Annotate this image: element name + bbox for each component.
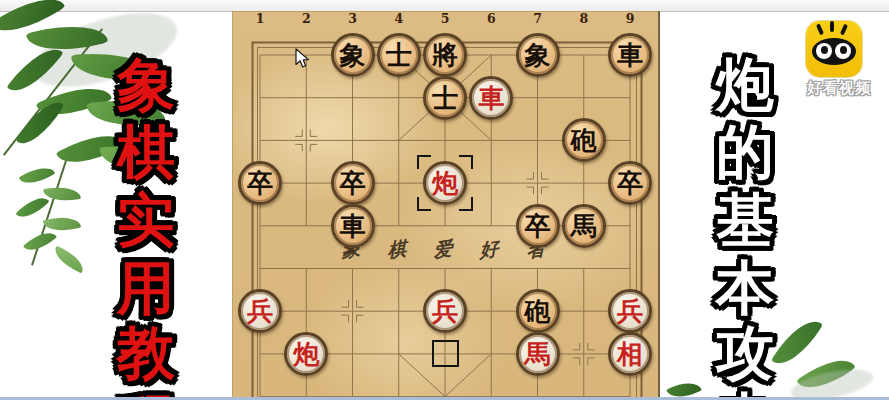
piece-black-elephant[interactable]: 象 [331, 33, 375, 77]
river-character: 好 [479, 236, 499, 265]
piece-black-pawn[interactable]: 卒 [608, 161, 652, 205]
leaf [19, 161, 56, 191]
piece-black-chariot[interactable]: 車 [331, 204, 375, 248]
logo-eyes [812, 38, 856, 65]
column-label: 5 [435, 11, 455, 26]
column-label: 3 [343, 11, 363, 26]
piece-black-pawn[interactable]: 卒 [331, 161, 375, 205]
column-label: 7 [528, 11, 548, 26]
column-label: 8 [574, 11, 594, 26]
leaf [23, 225, 57, 257]
piece-black-pawn[interactable]: 卒 [516, 204, 560, 248]
logo-lash [816, 24, 824, 35]
river-character: 棋 [387, 236, 407, 265]
title-character: 实 [117, 191, 175, 249]
column-label: 6 [481, 11, 501, 26]
haokan-label: 好看视频 [799, 79, 879, 98]
column-label: 2 [296, 11, 316, 26]
right-title: 炮的基本攻击 [685, 0, 805, 400]
piece-black-chariot[interactable]: 車 [608, 33, 652, 77]
piece-black-cannon[interactable]: 砲 [516, 289, 560, 333]
title-character: 教 [117, 324, 175, 382]
piece-red-pawn[interactable]: 兵 [238, 289, 282, 333]
column-label: 1 [250, 11, 270, 26]
river-character: 爱 [433, 236, 453, 265]
logo-lash [830, 21, 834, 32]
piece-black-horse[interactable]: 馬 [562, 204, 606, 248]
haokan-watermark: 好看视频 [799, 17, 879, 103]
logo-lash [840, 24, 848, 35]
title-character: 炮 [716, 56, 774, 114]
piece-red-chariot[interactable]: 車 [469, 76, 513, 120]
title-character: 本 [716, 259, 774, 317]
title-character: 的 [716, 123, 774, 181]
leaf [50, 246, 87, 274]
title-character: 用 [117, 259, 175, 317]
title-character: 基 [716, 191, 774, 249]
origin-square-marker [432, 340, 459, 367]
column-label: 4 [389, 11, 409, 26]
mouse-cursor [295, 48, 311, 70]
piece-red-cannon[interactable]: 炮 [284, 332, 328, 376]
left-title: 象棋实用教程 [86, 0, 206, 400]
piece-red-pawn[interactable]: 兵 [608, 289, 652, 333]
selection-brackets [417, 155, 473, 211]
piece-black-pawn[interactable]: 卒 [238, 161, 282, 205]
title-character: 棋 [117, 123, 175, 181]
haokan-logo-icon [806, 21, 862, 77]
column-label: 9 [620, 11, 640, 26]
piece-black-general[interactable]: 將 [423, 33, 467, 77]
piece-black-elephant[interactable]: 象 [516, 33, 560, 77]
piece-red-pawn[interactable]: 兵 [423, 289, 467, 333]
title-character: 攻 [716, 324, 774, 382]
piece-black-cannon[interactable]: 砲 [562, 118, 606, 162]
piece-red-horse[interactable]: 馬 [516, 332, 560, 376]
piece-black-advisor[interactable]: 士 [423, 76, 467, 120]
title-character: 象 [117, 56, 175, 114]
piece-black-advisor[interactable]: 士 [377, 33, 421, 77]
piece-red-elephant[interactable]: 相 [608, 332, 652, 376]
